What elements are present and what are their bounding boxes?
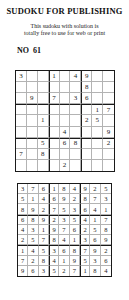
puzzle-cell-r5c5 bbox=[60, 115, 71, 126]
solution-cell-r9c8: 8 bbox=[90, 266, 100, 276]
solution-cell-r6c2: 5 bbox=[28, 235, 38, 245]
solution-cell-r6c8: 6 bbox=[90, 235, 100, 245]
puzzle-cell-r8c9 bbox=[103, 149, 114, 160]
solution-cell-r5c8: 5 bbox=[90, 225, 100, 235]
subtitle-line-2: totally free to use for web or print bbox=[0, 30, 129, 37]
puzzle-cell-r4c1 bbox=[16, 104, 27, 115]
puzzle-cell-r8c6 bbox=[70, 149, 81, 160]
puzzle-cell-r7c7 bbox=[81, 138, 92, 149]
solution-cell-r5c7: 2 bbox=[80, 225, 90, 235]
solution-cell-r2c5: 9 bbox=[59, 194, 69, 204]
solution-cell-r4c9: 7 bbox=[101, 215, 111, 225]
puzzle-cell-r2c2 bbox=[27, 82, 38, 93]
puzzle-cell-r6c6 bbox=[70, 127, 81, 138]
puzzle-cell-r6c7 bbox=[81, 127, 92, 138]
solution-cell-r9c1: 9 bbox=[18, 266, 28, 276]
solution-cell-r9c5: 2 bbox=[59, 266, 69, 276]
solution-cell-r6c6: 1 bbox=[70, 235, 80, 245]
puzzle-cell-r2c6 bbox=[70, 82, 81, 93]
puzzle-cell-r7c4 bbox=[49, 138, 60, 149]
solution-cell-r4c3: 9 bbox=[39, 215, 49, 225]
solution-cell-r2c4: 6 bbox=[49, 194, 59, 204]
puzzle-cell-r1c7: 9 bbox=[81, 71, 92, 82]
puzzle-cell-r6c4 bbox=[49, 127, 60, 138]
solution-cell-r2c7: 8 bbox=[80, 194, 90, 204]
solution-cell-r2c1: 5 bbox=[18, 194, 28, 204]
puzzle-cell-r3c6: 3 bbox=[70, 93, 81, 104]
solution-cell-r8c9: 6 bbox=[101, 256, 111, 266]
page: SUDOKU FOR PUBLISHING This sudoku with s… bbox=[0, 0, 129, 300]
solution-cell-r4c8: 1 bbox=[90, 215, 100, 225]
solution-cell-r6c3: 7 bbox=[39, 235, 49, 245]
puzzle-cell-r2c5 bbox=[60, 82, 71, 93]
puzzle-cell-r1c8 bbox=[92, 71, 103, 82]
solution-cell-r9c2: 6 bbox=[28, 266, 38, 276]
solution-cell-r1c4: 1 bbox=[49, 184, 59, 194]
puzzle-cell-r9c3 bbox=[38, 160, 49, 171]
solution-cell-r7c1: 1 bbox=[18, 245, 28, 255]
puzzle-cell-r6c8 bbox=[92, 127, 103, 138]
puzzle-cell-r3c8 bbox=[92, 93, 103, 104]
puzzle-cell-r8c5 bbox=[60, 149, 71, 160]
solution-cell-r7c4: 3 bbox=[49, 245, 59, 255]
puzzle-cell-r5c9 bbox=[103, 115, 114, 126]
puzzle-cell-r9c6 bbox=[70, 160, 81, 171]
subtitle: This sudoku with solution is totally fre… bbox=[0, 23, 129, 37]
puzzle-cell-r9c7 bbox=[81, 160, 92, 171]
solution-cell-r4c4: 2 bbox=[49, 215, 59, 225]
puzzle-cell-r9c5: 2 bbox=[60, 160, 71, 171]
solution-cell-r8c8: 3 bbox=[90, 256, 100, 266]
solution-cell-r1c6: 4 bbox=[70, 184, 80, 194]
solution-cell-r7c9: 2 bbox=[101, 245, 111, 255]
puzzle-cell-r4c7 bbox=[81, 104, 92, 115]
solution-cell-r3c2: 9 bbox=[28, 204, 38, 214]
solution-cell-r5c2: 3 bbox=[28, 225, 38, 235]
solution-cell-r9c6: 7 bbox=[70, 266, 80, 276]
page-title: SUDOKU FOR PUBLISHING bbox=[0, 6, 129, 16]
puzzle-number: NO 61 bbox=[17, 46, 41, 55]
puzzle-grid: 31498973617125495682782 bbox=[15, 70, 115, 172]
solution-cell-r3c6: 3 bbox=[70, 204, 80, 214]
solution-cell-r1c8: 2 bbox=[90, 184, 100, 194]
puzzle-cell-r7c2 bbox=[27, 138, 38, 149]
solution-cell-r3c3: 2 bbox=[39, 204, 49, 214]
solution-cell-r5c3: 1 bbox=[39, 225, 49, 235]
solution-cell-r4c6: 5 bbox=[70, 215, 80, 225]
solution-cell-r1c3: 6 bbox=[39, 184, 49, 194]
puzzle-cell-r1c2 bbox=[27, 71, 38, 82]
puzzle-cell-r2c1 bbox=[16, 82, 27, 93]
puzzle-cell-r7c9: 2 bbox=[103, 138, 114, 149]
solution-cell-r3c5: 5 bbox=[59, 204, 69, 214]
puzzle-cell-r1c5 bbox=[60, 71, 71, 82]
puzzle-cell-r8c8 bbox=[92, 149, 103, 160]
solution-cell-r7c6: 8 bbox=[70, 245, 80, 255]
puzzle-cell-r7c3: 5 bbox=[38, 138, 49, 149]
solution-cell-r6c5: 4 bbox=[59, 235, 69, 245]
solution-cell-r5c1: 4 bbox=[18, 225, 28, 235]
puzzle-cell-r2c9 bbox=[103, 82, 114, 93]
puzzle-cell-r6c5: 4 bbox=[60, 127, 71, 138]
solution-cell-r3c8: 4 bbox=[90, 204, 100, 214]
solution-cell-r4c5: 3 bbox=[59, 215, 69, 225]
puzzle-cell-r9c4 bbox=[49, 160, 60, 171]
puzzle-cell-r3c3 bbox=[38, 93, 49, 104]
solution-cell-r4c2: 8 bbox=[28, 215, 38, 225]
puzzle-cell-r5c3: 1 bbox=[38, 115, 49, 126]
puzzle-cell-r1c3 bbox=[38, 71, 49, 82]
solution-cell-r5c6: 6 bbox=[70, 225, 80, 235]
puzzle-cell-r5c8: 5 bbox=[92, 115, 103, 126]
puzzle-cell-r5c1 bbox=[16, 115, 27, 126]
puzzle-cell-r1c4: 1 bbox=[49, 71, 60, 82]
puzzle-cell-r7c5: 6 bbox=[60, 138, 71, 149]
puzzle-cell-r9c2 bbox=[27, 160, 38, 171]
solution-cell-r9c7: 1 bbox=[80, 266, 90, 276]
solution-cell-r9c3: 3 bbox=[39, 266, 49, 276]
puzzle-cell-r8c3: 8 bbox=[38, 149, 49, 160]
solution-cell-r2c9: 3 bbox=[101, 194, 111, 204]
puzzle-cell-r6c1 bbox=[16, 127, 27, 138]
solution-cell-r1c7: 9 bbox=[80, 184, 90, 194]
puzzle-cell-r7c1 bbox=[16, 138, 27, 149]
puzzle-cell-r2c3 bbox=[38, 82, 49, 93]
puzzle-cell-r3c4: 7 bbox=[49, 93, 60, 104]
puzzle-cell-r9c1 bbox=[16, 160, 27, 171]
solution-cell-r7c7: 7 bbox=[80, 245, 90, 255]
puzzle-cell-r6c2 bbox=[27, 127, 38, 138]
solution-cell-r7c8: 9 bbox=[90, 245, 100, 255]
solution-cell-r8c6: 9 bbox=[70, 256, 80, 266]
puzzle-cell-r3c1 bbox=[16, 93, 27, 104]
puzzle-cell-r2c4 bbox=[49, 82, 60, 93]
solution-cell-r1c2: 7 bbox=[28, 184, 38, 194]
puzzle-cell-r8c1: 7 bbox=[16, 149, 27, 160]
solution-cell-r9c4: 5 bbox=[49, 266, 59, 276]
puzzle-cell-r4c8: 1 bbox=[92, 104, 103, 115]
solution-cell-r4c1: 6 bbox=[18, 215, 28, 225]
puzzle-cell-r9c8 bbox=[92, 160, 103, 171]
puzzle-cell-r8c7 bbox=[81, 149, 92, 160]
puzzle-cell-r1c6: 4 bbox=[70, 71, 81, 82]
puzzle-cell-r4c2 bbox=[27, 104, 38, 115]
solution-cell-r8c1: 7 bbox=[18, 256, 28, 266]
puzzle-cell-r4c5 bbox=[60, 104, 71, 115]
solution-cell-r7c2: 4 bbox=[28, 245, 38, 255]
solution-cell-r2c2: 1 bbox=[28, 194, 38, 204]
puzzle-cell-r1c9 bbox=[103, 71, 114, 82]
solution-cell-r7c5: 6 bbox=[59, 245, 69, 255]
solution-cell-r7c3: 5 bbox=[39, 245, 49, 255]
puzzle-cell-r4c3 bbox=[38, 104, 49, 115]
puzzle-cell-r6c9: 9 bbox=[103, 127, 114, 138]
solution-cell-r4c7: 4 bbox=[80, 215, 90, 225]
solution-cell-r5c9: 8 bbox=[101, 225, 111, 235]
puzzle-cell-r2c7: 8 bbox=[81, 82, 92, 93]
solution-cell-r8c2: 2 bbox=[28, 256, 38, 266]
solution-cell-r6c4: 8 bbox=[49, 235, 59, 245]
solution-cell-r3c1: 8 bbox=[18, 204, 28, 214]
puzzle-cell-r7c6: 8 bbox=[70, 138, 81, 149]
solution-cell-r1c1: 3 bbox=[18, 184, 28, 194]
puzzle-cell-r3c9 bbox=[103, 93, 114, 104]
puzzle-cell-r4c9: 7 bbox=[103, 104, 114, 115]
solution-cell-r6c9: 9 bbox=[101, 235, 111, 245]
solution-cell-r9c9: 4 bbox=[101, 266, 111, 276]
solution-cell-r2c3: 4 bbox=[39, 194, 49, 204]
solution-cell-r3c7: 6 bbox=[80, 204, 90, 214]
solution-cell-r1c5: 8 bbox=[59, 184, 69, 194]
puzzle-cell-r5c4 bbox=[49, 115, 60, 126]
puzzle-cell-r5c2 bbox=[27, 115, 38, 126]
solution-cell-r1c9: 5 bbox=[101, 184, 111, 194]
solution-cell-r6c7: 3 bbox=[80, 235, 90, 245]
solution-cell-r3c4: 7 bbox=[49, 204, 59, 214]
solution-cell-r5c5: 7 bbox=[59, 225, 69, 235]
solution-cell-r8c5: 1 bbox=[59, 256, 69, 266]
puzzle-cell-r6c3 bbox=[38, 127, 49, 138]
puzzle-cell-r1c1: 3 bbox=[16, 71, 27, 82]
puzzle-cell-r8c2 bbox=[27, 149, 38, 160]
puzzle-cell-r8c4 bbox=[49, 149, 60, 160]
puzzle-cell-r5c6 bbox=[70, 115, 81, 126]
solution-cell-r8c7: 5 bbox=[80, 256, 90, 266]
solution-grid: 3761849255146928738927536416892354174319… bbox=[17, 183, 112, 277]
puzzle-cell-r9c9 bbox=[103, 160, 114, 171]
puzzle-cell-r3c7: 6 bbox=[81, 93, 92, 104]
subtitle-line-1: This sudoku with solution is bbox=[0, 23, 129, 30]
solution-cell-r8c3: 8 bbox=[39, 256, 49, 266]
puzzle-cell-r3c5 bbox=[60, 93, 71, 104]
solution-cell-r3c9: 1 bbox=[101, 204, 111, 214]
solution-cell-r2c6: 2 bbox=[70, 194, 80, 204]
puzzle-cell-r3c2: 9 bbox=[27, 93, 38, 104]
puzzle-cell-r2c8 bbox=[92, 82, 103, 93]
puzzle-cell-r4c6 bbox=[70, 104, 81, 115]
puzzle-cell-r7c8 bbox=[92, 138, 103, 149]
solution-cell-r6c1: 2 bbox=[18, 235, 28, 245]
solution-cell-r8c4: 4 bbox=[49, 256, 59, 266]
solution-cell-r2c8: 7 bbox=[90, 194, 100, 204]
solution-cell-r5c4: 9 bbox=[49, 225, 59, 235]
puzzle-cell-r5c7: 2 bbox=[81, 115, 92, 126]
puzzle-cell-r4c4 bbox=[49, 104, 60, 115]
